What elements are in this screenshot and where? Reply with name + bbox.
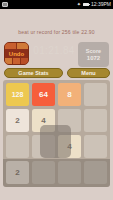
tile-4: 4: [32, 109, 55, 132]
score-box: Score 1072: [78, 42, 109, 67]
tile-128: 128: [6, 83, 29, 106]
menu-button-label: Menu: [81, 70, 95, 76]
empty-cell: [58, 109, 81, 132]
empty-cell: [58, 161, 81, 184]
empty-cell: [84, 109, 107, 132]
notification-icon: [2, 2, 8, 7]
score-label: Score: [86, 48, 101, 54]
undo-button-label: Undo: [9, 51, 24, 57]
alarm-star-icon: ✦: [77, 2, 81, 7]
game-timer: 01:21.84: [30, 45, 78, 56]
app-screen: ✦ 12:39PM beat ur record for 256 tile 22…: [0, 0, 113, 200]
game-board[interactable]: 1286482442: [3, 80, 110, 187]
game-stats-button[interactable]: Game Stats: [4, 68, 63, 78]
empty-cell: [32, 135, 55, 158]
undo-icon-stripe: [5, 58, 28, 64]
game-stats-button-label: Game Stats: [18, 70, 48, 76]
tile-4: 4: [58, 135, 81, 158]
battery-icon: [83, 3, 89, 7]
score-value: 1072: [87, 55, 100, 61]
tile-2: 2: [6, 109, 29, 132]
status-time: 12:39PM: [91, 0, 111, 9]
empty-cell: [84, 135, 107, 158]
empty-cell: [6, 135, 29, 158]
status-bar: ✦ 12:39PM: [0, 0, 113, 9]
menu-button[interactable]: Menu: [67, 68, 110, 78]
undo-button[interactable]: Undo: [4, 42, 29, 65]
empty-cell: [84, 83, 107, 106]
tile-64: 64: [32, 83, 55, 106]
record-banner: beat ur record for 256 tile 22.90: [0, 29, 113, 35]
tile-2: 2: [6, 161, 29, 184]
empty-cell: [84, 161, 107, 184]
empty-cell: [32, 161, 55, 184]
tile-8: 8: [58, 83, 81, 106]
